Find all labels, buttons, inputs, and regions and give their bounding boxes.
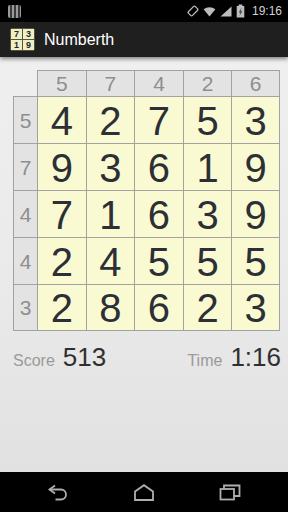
time-label: Time <box>187 352 222 370</box>
signal-icon <box>220 6 232 17</box>
cell-r3c3[interactable]: 6 <box>134 190 183 237</box>
row-header-1: 5 <box>13 96 37 143</box>
time-group: Time 1:16 <box>187 342 281 373</box>
cell-r2c2[interactable]: 3 <box>86 143 135 190</box>
app-title: Numberth <box>44 31 114 49</box>
app-icon-digit: 1 <box>11 40 22 50</box>
cell-r4c4[interactable]: 5 <box>183 237 232 284</box>
home-button[interactable] <box>130 481 158 503</box>
cell-r2c3[interactable]: 6 <box>134 143 183 190</box>
app-icon-digit: 7 <box>11 29 22 39</box>
app-icon-digit: 3 <box>23 29 34 39</box>
app-bar: 7 3 1 9 Numberth <box>0 22 288 57</box>
score-group: Score 513 <box>13 342 106 373</box>
notification-icon <box>8 5 21 18</box>
status-bar: 19:16 <box>0 0 288 22</box>
nav-bar <box>0 472 288 512</box>
wifi-icon <box>203 6 216 17</box>
score-label: Score <box>13 352 55 370</box>
cell-r5c2[interactable]: 8 <box>86 284 135 331</box>
score-value: 513 <box>63 342 106 373</box>
content-area: 57426542753793619471639424555328623 Scor… <box>0 57 288 472</box>
cell-r1c4[interactable]: 5 <box>183 96 232 143</box>
cell-r2c5[interactable]: 9 <box>231 143 280 190</box>
col-header-3: 4 <box>134 70 183 96</box>
col-header-5: 6 <box>231 70 280 96</box>
cell-r4c5[interactable]: 5 <box>231 237 280 284</box>
back-button[interactable] <box>44 481 72 503</box>
cell-r1c1[interactable]: 4 <box>37 96 86 143</box>
cell-r3c1[interactable]: 7 <box>37 190 86 237</box>
cell-r5c5[interactable]: 3 <box>231 284 280 331</box>
cell-r1c2[interactable]: 2 <box>86 96 135 143</box>
row-header-2: 7 <box>13 143 37 190</box>
cell-r2c4[interactable]: 1 <box>183 143 232 190</box>
app-icon-digit: 9 <box>23 40 34 50</box>
cell-r5c1[interactable]: 2 <box>37 284 86 331</box>
status-time: 19:16 <box>252 4 282 18</box>
battery-charging-icon <box>236 4 245 18</box>
game-board: 57426542753793619471639424555328623 <box>13 70 280 331</box>
row-header-4: 4 <box>13 237 37 284</box>
cell-r5c4[interactable]: 2 <box>183 284 232 331</box>
board-corner <box>13 70 37 96</box>
cell-r4c3[interactable]: 5 <box>134 237 183 284</box>
cell-r5c3[interactable]: 6 <box>134 284 183 331</box>
hud: Score 513 Time 1:16 <box>13 342 281 373</box>
col-header-2: 7 <box>86 70 135 96</box>
app-icon: 7 3 1 9 <box>10 28 35 51</box>
cell-r3c4[interactable]: 3 <box>183 190 232 237</box>
row-header-5: 3 <box>13 284 37 331</box>
col-header-1: 5 <box>37 70 86 96</box>
col-header-4: 2 <box>183 70 232 96</box>
screen-rotation-icon <box>187 5 199 17</box>
cell-r3c5[interactable]: 9 <box>231 190 280 237</box>
cell-r2c1[interactable]: 9 <box>37 143 86 190</box>
time-value: 1:16 <box>230 342 281 373</box>
row-header-3: 4 <box>13 190 37 237</box>
cell-r1c5[interactable]: 3 <box>231 96 280 143</box>
recents-button[interactable] <box>216 481 244 503</box>
cell-r4c1[interactable]: 2 <box>37 237 86 284</box>
cell-r1c3[interactable]: 7 <box>134 96 183 143</box>
cell-r3c2[interactable]: 1 <box>86 190 135 237</box>
cell-r4c2[interactable]: 4 <box>86 237 135 284</box>
